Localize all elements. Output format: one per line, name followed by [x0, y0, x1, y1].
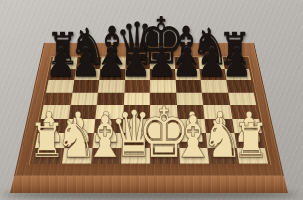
- piece-black-pawn-h7[interactable]: ♟: [222, 42, 252, 82]
- photo-scene: ♜♞♝♛♚♝♞♜♟♟♟♟♟♟♟♟♟♟♟♟♟♟♟♟♜♞♝♛♚♝♞♜: [0, 0, 303, 200]
- piece-white-rook-h1[interactable]: ♜: [233, 117, 269, 165]
- pieces-layer: ♜♞♝♛♚♝♞♜♟♟♟♟♟♟♟♟♟♟♟♟♟♟♟♟♜♞♝♛♚♝♞♜: [0, 0, 303, 200]
